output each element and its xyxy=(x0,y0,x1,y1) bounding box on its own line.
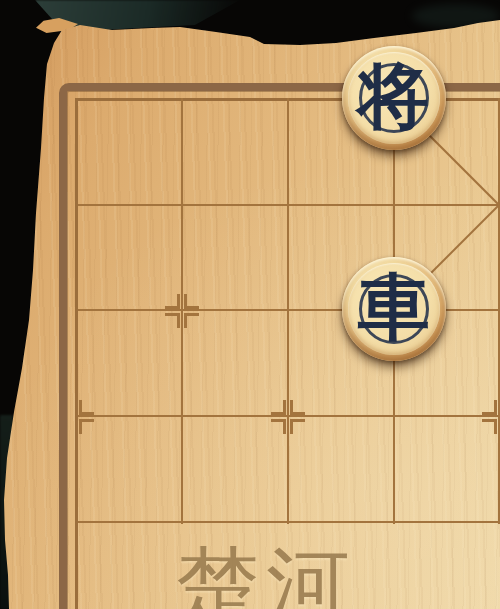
grid-file-0-left-edge xyxy=(75,98,78,609)
marker-corner xyxy=(79,400,94,415)
marker-corner xyxy=(290,400,305,415)
pawn-point-marker-edge xyxy=(60,400,94,434)
piece-face: 将 xyxy=(348,52,440,144)
cannon-point-marker xyxy=(165,294,199,328)
marker-corner xyxy=(165,294,180,309)
piece-black-chariot[interactable]: 車 xyxy=(342,257,446,361)
marker-corner xyxy=(184,294,199,309)
piece-glyph-chariot: 車 xyxy=(348,263,440,355)
piece-face: 車 xyxy=(348,263,440,355)
marker-corner xyxy=(271,400,286,415)
grid-file-2 xyxy=(287,98,289,524)
marker-corner xyxy=(482,400,497,415)
marker-corner xyxy=(79,419,94,434)
piece-black-general[interactable]: 将 xyxy=(342,46,446,150)
piece-glyph-general: 将 xyxy=(348,52,440,144)
scene: 楚河 将 車 xyxy=(0,0,500,609)
marker-corner xyxy=(165,313,180,328)
marker-corner xyxy=(271,419,286,434)
river-label: 楚河 xyxy=(176,545,356,609)
pawn-point-marker xyxy=(482,400,500,434)
marker-corner xyxy=(482,419,497,434)
marker-corner xyxy=(184,313,199,328)
xiangqi-board[interactable]: 楚河 将 車 xyxy=(0,0,500,609)
pawn-point-marker xyxy=(271,400,305,434)
marker-corner xyxy=(290,419,305,434)
